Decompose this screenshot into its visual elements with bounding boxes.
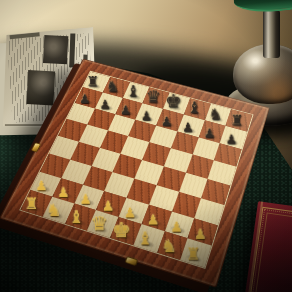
piece-white-knight[interactable]: ♞ (46, 202, 61, 219)
piece-black-pawn[interactable]: ♟ (141, 109, 152, 121)
piece-white-pawn[interactable]: ♟ (57, 186, 69, 200)
piece-black-pawn[interactable]: ♟ (204, 126, 215, 139)
piece-white-pawn[interactable]: ♟ (36, 179, 48, 192)
piece-white-king[interactable]: ♚ (112, 219, 131, 240)
photo-canvas: ♜♞♝♛♚♝♞♜♟♟♟♟♟♟♟♟♟♟♟♟♟♟♟♟♜♞♝♛♚♝♞♜ (0, 0, 292, 292)
piece-black-knight[interactable]: ♞ (106, 79, 119, 94)
piece-black-pawn[interactable]: ♟ (182, 121, 193, 134)
piece-black-king[interactable]: ♚ (165, 92, 182, 111)
piece-white-pawn[interactable]: ♟ (79, 192, 91, 206)
lamp-stem (263, 10, 280, 58)
piece-white-bishop[interactable]: ♝ (137, 230, 153, 248)
piece-white-pawn[interactable]: ♟ (101, 199, 113, 213)
piece-black-rook[interactable]: ♜ (230, 113, 243, 128)
piece-black-rook[interactable]: ♜ (87, 75, 99, 89)
piece-black-knight[interactable]: ♞ (208, 107, 222, 122)
newspaper-photo (43, 35, 68, 64)
red-leather-book (243, 201, 292, 292)
piece-black-pawn[interactable]: ♟ (225, 132, 236, 145)
piece-black-pawn[interactable]: ♟ (80, 92, 91, 104)
piece-black-bishop[interactable]: ♝ (187, 101, 201, 117)
piece-white-pawn[interactable]: ♟ (147, 213, 159, 227)
piece-white-queen[interactable]: ♛ (90, 214, 107, 233)
piece-black-queen[interactable]: ♛ (146, 88, 161, 105)
piece-black-bishop[interactable]: ♝ (126, 84, 140, 99)
piece-white-rook[interactable]: ♜ (25, 196, 39, 212)
square-h4[interactable] (201, 179, 230, 205)
piece-black-pawn[interactable]: ♟ (100, 98, 111, 110)
piece-black-pawn[interactable]: ♟ (120, 103, 131, 115)
square-h7[interactable]: ♟ (220, 126, 247, 149)
piece-black-pawn[interactable]: ♟ (161, 115, 172, 128)
piece-white-pawn[interactable]: ♟ (193, 227, 206, 241)
piece-white-knight[interactable]: ♞ (161, 238, 177, 256)
piece-white-rook[interactable]: ♜ (185, 246, 200, 263)
piece-white-pawn[interactable]: ♟ (170, 220, 183, 234)
piece-white-bishop[interactable]: ♝ (68, 209, 84, 227)
